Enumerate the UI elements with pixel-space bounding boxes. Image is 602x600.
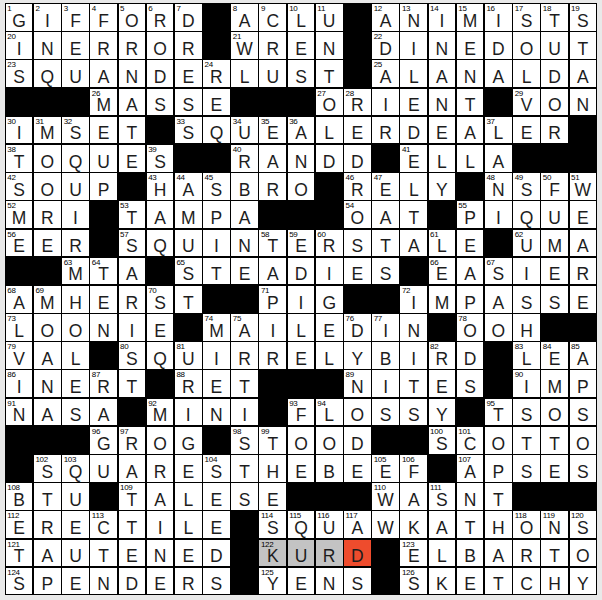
cell-r9c3[interactable]: R (62, 230, 89, 257)
cell-r14c9[interactable]: T (231, 370, 258, 397)
cell-r9c20[interactable]: M (541, 230, 568, 257)
cell-r10c8[interactable]: T (203, 258, 230, 285)
cell-r7c14[interactable]: 47E (372, 173, 399, 200)
cell-r11c15[interactable]: 72I (400, 286, 427, 313)
cell-r1c12[interactable]: 11U (316, 4, 343, 31)
cell-r6c5[interactable]: E (119, 145, 146, 172)
cell-r3c12[interactable]: T (316, 60, 343, 87)
cell-r2c6[interactable]: O (147, 32, 174, 59)
cell-r11c7[interactable]: T (175, 286, 202, 313)
cell-r10c10[interactable]: A (259, 258, 286, 285)
cell-r18c18[interactable]: T (485, 483, 512, 510)
cell-r15c7[interactable]: I (175, 399, 202, 426)
cell-r11c19[interactable]: S (513, 286, 540, 313)
cell-r16c4[interactable]: 96G (90, 427, 117, 454)
cell-r2c17[interactable]: E (457, 32, 484, 59)
cell-r20c12-highlighted[interactable]: R (316, 540, 343, 567)
cell-r17c17[interactable]: 107A (457, 455, 484, 482)
cell-r9c8[interactable]: I (203, 230, 230, 257)
cell-r14c19[interactable]: 90I (513, 370, 540, 397)
cell-r5c19[interactable]: E (513, 117, 540, 144)
cell-r13c11[interactable]: E (288, 342, 315, 369)
cell-r19c5[interactable]: T (119, 511, 146, 538)
cell-r13c13[interactable]: Y (344, 342, 371, 369)
cell-r13c10[interactable]: R (259, 342, 286, 369)
cell-r8c2[interactable]: R (34, 201, 61, 228)
cell-r3c20[interactable]: D (541, 60, 568, 87)
cell-r8c17[interactable]: 55P (457, 201, 484, 228)
cell-r17c12[interactable]: B (316, 455, 343, 482)
cell-r4c12[interactable]: 27O (316, 89, 343, 116)
cell-r11c12[interactable]: G (316, 286, 343, 313)
cell-r3c18[interactable]: A (485, 60, 512, 87)
cell-r14c1[interactable]: 86I (6, 370, 33, 397)
cell-r2c16[interactable]: N (429, 32, 456, 59)
cell-r5c1[interactable]: 30I (6, 117, 33, 144)
cell-r21c11[interactable]: E (288, 568, 315, 595)
cell-r16c5[interactable]: 97R (119, 427, 146, 454)
cell-r17c18[interactable]: P (485, 455, 512, 482)
cell-r3c3[interactable]: U (62, 60, 89, 87)
cell-r13c17[interactable]: D (457, 342, 484, 369)
cell-r17c3[interactable]: 103Q (62, 455, 89, 482)
cell-r10c19[interactable]: I (513, 258, 540, 285)
cell-r15c2[interactable]: A (34, 399, 61, 426)
cell-r21c2[interactable]: P (34, 568, 61, 595)
cell-r8c6[interactable]: A (147, 201, 174, 228)
cell-r5c7[interactable]: 33S (175, 117, 202, 144)
cell-r2c19[interactable]: O (513, 32, 540, 59)
cell-r4c5[interactable]: A (119, 89, 146, 116)
cell-r11c4[interactable]: E (90, 286, 117, 313)
cell-r4c15[interactable]: E (400, 89, 427, 116)
cell-r20c15[interactable]: 123E (400, 540, 427, 567)
cell-r15c1[interactable]: 91N (6, 399, 33, 426)
cell-r2c11[interactable]: E (288, 32, 315, 59)
cell-r20c20[interactable]: T (541, 540, 568, 567)
cell-r8c7[interactable]: M (175, 201, 202, 228)
cell-r8c1[interactable]: 52M (6, 201, 33, 228)
cell-r13c7[interactable]: 81U (175, 342, 202, 369)
cell-r10c9[interactable]: E (231, 258, 258, 285)
cell-r5c3[interactable]: 32S (62, 117, 89, 144)
cell-r3c4[interactable]: A (90, 60, 117, 87)
cell-r1c14[interactable]: 12A (372, 4, 399, 31)
cell-r19c4[interactable]: 113C (90, 511, 117, 538)
cell-r14c14[interactable]: I (372, 370, 399, 397)
cell-r12c14[interactable]: 77I (372, 314, 399, 341)
cell-r11c5[interactable]: R (119, 286, 146, 313)
cell-r12c17[interactable]: 78O (457, 314, 484, 341)
cell-r12c10[interactable]: I (259, 314, 286, 341)
cell-r12c6[interactable]: E (147, 314, 174, 341)
cell-r21c16[interactable]: K (429, 568, 456, 595)
cell-r18c2[interactable]: T (34, 483, 61, 510)
cell-r20c2[interactable]: A (34, 540, 61, 567)
cell-r17c4[interactable]: U (90, 455, 117, 482)
cell-r5c9[interactable]: 34U (231, 117, 258, 144)
cell-r6c13[interactable]: D (344, 145, 371, 172)
cell-r12c11[interactable]: L (288, 314, 315, 341)
cell-r2c20[interactable]: U (541, 32, 568, 59)
cell-r7c18[interactable]: 48N (485, 173, 512, 200)
cell-r21c6[interactable]: E (147, 568, 174, 595)
cell-r21c4[interactable]: N (90, 568, 117, 595)
cell-r9c13[interactable]: S (344, 230, 371, 257)
cell-r13c3[interactable]: L (62, 342, 89, 369)
cell-r9c21[interactable]: A (570, 230, 597, 257)
cell-r5c8[interactable]: Q (203, 117, 230, 144)
cell-r4c19[interactable]: 29V (513, 89, 540, 116)
cell-r18c7[interactable]: L (175, 483, 202, 510)
cell-r20c13-highlighted[interactable]: D (344, 540, 371, 567)
cell-r4c21[interactable]: N (570, 89, 597, 116)
cell-r11c18[interactable]: A (485, 286, 512, 313)
cell-r6c1[interactable]: 38T (6, 145, 33, 172)
cell-r4c7[interactable]: S (175, 89, 202, 116)
cell-r3c10[interactable]: U (259, 60, 286, 87)
cell-r10c13[interactable]: E (344, 258, 371, 285)
cell-r5c13[interactable]: E (344, 117, 371, 144)
cell-r9c10[interactable]: 58T (259, 230, 286, 257)
cell-r13c15[interactable]: I (400, 342, 427, 369)
cell-r13c8[interactable]: I (203, 342, 230, 369)
cell-r5c10[interactable]: 35E (259, 117, 286, 144)
cell-r20c17[interactable]: B (457, 540, 484, 567)
cell-r20c8[interactable]: D (203, 540, 230, 567)
cell-r6c4[interactable]: U (90, 145, 117, 172)
cell-r12c19[interactable]: H (513, 314, 540, 341)
cell-r7c9[interactable]: B (231, 173, 258, 200)
cell-r13c19[interactable]: 83L (513, 342, 540, 369)
cell-r10c16[interactable]: 66E (429, 258, 456, 285)
cell-r14c4[interactable]: 87R (90, 370, 117, 397)
cell-r12c8[interactable]: 74M (203, 314, 230, 341)
cell-r3c21[interactable]: A (570, 60, 597, 87)
cell-r3c2[interactable]: Q (34, 60, 61, 87)
cell-r18c10[interactable]: E (259, 483, 286, 510)
cell-r5c5[interactable]: T (119, 117, 146, 144)
cell-r13c12[interactable]: L (316, 342, 343, 369)
cell-r13c16[interactable]: 82R (429, 342, 456, 369)
cell-r21c20[interactable]: H (541, 568, 568, 595)
cell-r18c6[interactable]: A (147, 483, 174, 510)
cell-r6c15[interactable]: 41E (400, 145, 427, 172)
cell-r16c13[interactable]: D (344, 427, 371, 454)
cell-r4c6[interactable]: S (147, 89, 174, 116)
cell-r17c13[interactable]: E (344, 455, 371, 482)
cell-r17c8[interactable]: 104S (203, 455, 230, 482)
cell-r8c15[interactable]: T (400, 201, 427, 228)
cell-r4c13[interactable]: 28R (344, 89, 371, 116)
cell-r5c18[interactable]: 37L (485, 117, 512, 144)
cell-r1c3[interactable]: 3F (62, 4, 89, 31)
cell-r12c15[interactable]: N (400, 314, 427, 341)
cell-r15c13[interactable]: O (344, 399, 371, 426)
cell-r17c14[interactable]: 105E (372, 455, 399, 482)
cell-r2c4[interactable]: R (90, 32, 117, 59)
cell-r12c2[interactable]: O (34, 314, 61, 341)
cell-r6c17[interactable]: L (457, 145, 484, 172)
cell-r20c7[interactable]: E (175, 540, 202, 567)
cell-r20c1[interactable]: 121T (6, 540, 33, 567)
cell-r20c6[interactable]: N (147, 540, 174, 567)
cell-r14c13[interactable]: 89N (344, 370, 371, 397)
cell-r13c14[interactable]: B (372, 342, 399, 369)
cell-r19c13[interactable]: 117A (344, 511, 371, 538)
cell-r20c4[interactable]: T (90, 540, 117, 567)
cell-r17c9[interactable]: T (231, 455, 258, 482)
cell-r16c20[interactable]: T (541, 427, 568, 454)
cell-r19c8[interactable]: E (203, 511, 230, 538)
cell-r12c9[interactable]: 75A (231, 314, 258, 341)
cell-r11c16[interactable]: M (429, 286, 456, 313)
cell-r6c6[interactable]: 39S (147, 145, 174, 172)
cell-r1c4[interactable]: 4F (90, 4, 117, 31)
cell-r2c9[interactable]: 21W (231, 32, 258, 59)
cell-r5c14[interactable]: R (372, 117, 399, 144)
cell-r21c8[interactable]: S (203, 568, 230, 595)
cell-r2c5[interactable]: R (119, 32, 146, 59)
cell-r10c14[interactable]: S (372, 258, 399, 285)
cell-r14c2[interactable]: N (34, 370, 61, 397)
cell-r15c16[interactable]: Y (429, 399, 456, 426)
cell-r11c21[interactable]: E (570, 286, 597, 313)
cell-r2c2[interactable]: N (34, 32, 61, 59)
cell-r7c7[interactable]: 44A (175, 173, 202, 200)
cell-r10c11[interactable]: D (288, 258, 315, 285)
cell-r21c13[interactable]: S (344, 568, 371, 595)
cell-r3c16[interactable]: A (429, 60, 456, 87)
cell-r8c18[interactable]: I (485, 201, 512, 228)
cell-r20c11-highlighted[interactable]: U (288, 540, 315, 567)
cell-r7c3[interactable]: U (62, 173, 89, 200)
cell-r19c17[interactable]: T (457, 511, 484, 538)
cell-r20c21[interactable]: O (570, 540, 597, 567)
cell-r9c1[interactable]: 56E (6, 230, 33, 257)
cell-r3c6[interactable]: D (147, 60, 174, 87)
cell-r7c10[interactable]: R (259, 173, 286, 200)
cell-r18c14[interactable]: 110W (372, 483, 399, 510)
cell-r5c4[interactable]: E (90, 117, 117, 144)
cell-r8c13[interactable]: 54O (344, 201, 371, 228)
cell-r1c16[interactable]: 14I (429, 4, 456, 31)
cell-r10c3[interactable]: 63M (62, 258, 89, 285)
cell-r14c16[interactable]: E (429, 370, 456, 397)
cell-r10c7[interactable]: 65S (175, 258, 202, 285)
cell-r6c2[interactable]: O (34, 145, 61, 172)
cell-r1c18[interactable]: 16I (485, 4, 512, 31)
cell-r12c13[interactable]: 76D (344, 314, 371, 341)
cell-r2c1[interactable]: 20I (6, 32, 33, 59)
cell-r17c20[interactable]: E (541, 455, 568, 482)
cell-r17c7[interactable]: E (175, 455, 202, 482)
cell-r21c18[interactable]: T (485, 568, 512, 595)
cell-r8c19[interactable]: Q (513, 201, 540, 228)
cell-r16c6[interactable]: O (147, 427, 174, 454)
cell-r11c20[interactable]: S (541, 286, 568, 313)
cell-r6c16[interactable]: L (429, 145, 456, 172)
cell-r1c7[interactable]: 7D (175, 4, 202, 31)
cell-r16c17[interactable]: 101C (457, 427, 484, 454)
cell-r2c3[interactable]: E (62, 32, 89, 59)
cell-r19c7[interactable]: L (175, 511, 202, 538)
cell-r19c3[interactable]: E (62, 511, 89, 538)
cell-r10c21[interactable]: R (570, 258, 597, 285)
cell-r1c5[interactable]: 5O (119, 4, 146, 31)
cell-r17c21[interactable]: S (570, 455, 597, 482)
cell-r18c17[interactable]: N (457, 483, 484, 510)
cell-r13c20[interactable]: 84E (541, 342, 568, 369)
cell-r3c7[interactable]: E (175, 60, 202, 87)
cell-r1c19[interactable]: 17S (513, 4, 540, 31)
cell-r3c1[interactable]: 23S (6, 60, 33, 87)
cell-r16c9[interactable]: 98S (231, 427, 258, 454)
cell-r7c11[interactable]: O (288, 173, 315, 200)
cell-r13c5[interactable]: 80S (119, 342, 146, 369)
cell-r9c6[interactable]: Q (147, 230, 174, 257)
cell-r21c12[interactable]: N (316, 568, 343, 595)
cell-r20c18[interactable]: A (485, 540, 512, 567)
cell-r17c5[interactable]: A (119, 455, 146, 482)
cell-r2c10[interactable]: R (259, 32, 286, 59)
cell-r9c14[interactable]: T (372, 230, 399, 257)
cell-r15c8[interactable]: N (203, 399, 230, 426)
cell-r19c11[interactable]: 115Q (288, 511, 315, 538)
cell-r15c14[interactable]: S (372, 399, 399, 426)
cell-r1c17[interactable]: 15M (457, 4, 484, 31)
cell-r13c1[interactable]: 79V (6, 342, 33, 369)
cell-r12c18[interactable]: O (485, 314, 512, 341)
cell-r4c8[interactable]: E (203, 89, 230, 116)
cell-r4c4[interactable]: 26M (90, 89, 117, 116)
cell-r17c10[interactable]: H (259, 455, 286, 482)
cell-r19c10[interactable]: 114S (259, 511, 286, 538)
cell-r12c4[interactable]: N (90, 314, 117, 341)
cell-r5c15[interactable]: D (400, 117, 427, 144)
cell-r10c12[interactable]: I (316, 258, 343, 285)
cell-r11c10[interactable]: 71P (259, 286, 286, 313)
cell-r15c4[interactable]: A (90, 399, 117, 426)
cell-r1c1[interactable]: 1G (6, 4, 33, 31)
cell-r19c12[interactable]: 116U (316, 511, 343, 538)
cell-r2c14[interactable]: 22D (372, 32, 399, 59)
cell-r20c5[interactable]: E (119, 540, 146, 567)
cell-r19c21[interactable]: 120S (570, 511, 597, 538)
cell-r1c2[interactable]: 2I (34, 4, 61, 31)
cell-r15c20[interactable]: O (541, 399, 568, 426)
cell-r7c4[interactable]: P (90, 173, 117, 200)
cell-r18c8[interactable]: E (203, 483, 230, 510)
cell-r3c15[interactable]: L (400, 60, 427, 87)
cell-r7c2[interactable]: O (34, 173, 61, 200)
cell-r14c5[interactable]: T (119, 370, 146, 397)
cell-r15c9[interactable]: I (231, 399, 258, 426)
cell-r9c15[interactable]: A (400, 230, 427, 257)
cell-r6c18[interactable]: A (485, 145, 512, 172)
cell-r7c15[interactable]: L (400, 173, 427, 200)
cell-r18c5[interactable]: 109T (119, 483, 146, 510)
cell-r6c12[interactable]: D (316, 145, 343, 172)
cell-r14c7[interactable]: 88R (175, 370, 202, 397)
cell-r4c16[interactable]: N (429, 89, 456, 116)
cell-r9c11[interactable]: 59E (288, 230, 315, 257)
cell-r2c18[interactable]: D (485, 32, 512, 59)
cell-r14c15[interactable]: T (400, 370, 427, 397)
cell-r8c14[interactable]: A (372, 201, 399, 228)
cell-r3c17[interactable]: N (457, 60, 484, 87)
cell-r1c11[interactable]: 10L (288, 4, 315, 31)
cell-r19c16[interactable]: A (429, 511, 456, 538)
cell-r6c11[interactable]: N (288, 145, 315, 172)
cell-r21c3[interactable]: E (62, 568, 89, 595)
cell-r14c8[interactable]: E (203, 370, 230, 397)
cell-r11c2[interactable]: 69M (34, 286, 61, 313)
cell-r19c19[interactable]: 118O (513, 511, 540, 538)
cell-r17c15[interactable]: 106F (400, 455, 427, 482)
cell-r8c5[interactable]: 53T (119, 201, 146, 228)
cell-r1c15[interactable]: 13N (400, 4, 427, 31)
cell-r11c1[interactable]: 68A (6, 286, 33, 313)
cell-r19c18[interactable]: H (485, 511, 512, 538)
cell-r21c17[interactable]: E (457, 568, 484, 595)
cell-r1c6[interactable]: 6R (147, 4, 174, 31)
cell-r4c20[interactable]: O (541, 89, 568, 116)
cell-r11c3[interactable]: H (62, 286, 89, 313)
cell-r20c10-highlighted[interactable]: 122K (259, 540, 286, 567)
cell-r15c18[interactable]: 95T (485, 399, 512, 426)
cell-r9c7[interactable]: U (175, 230, 202, 257)
cell-r5c17[interactable]: A (457, 117, 484, 144)
cell-r1c20[interactable]: 18T (541, 4, 568, 31)
cell-r15c15[interactable]: S (400, 399, 427, 426)
cell-r18c9[interactable]: S (231, 483, 258, 510)
cell-r17c6[interactable]: R (147, 455, 174, 482)
cell-r9c19[interactable]: 62U (513, 230, 540, 257)
cell-r2c12[interactable]: N (316, 32, 343, 59)
cell-r20c19[interactable]: R (513, 540, 540, 567)
cell-r11c6[interactable]: 70S (147, 286, 174, 313)
cell-r19c2[interactable]: R (34, 511, 61, 538)
cell-r19c1[interactable]: 112E (6, 511, 33, 538)
cell-r1c9[interactable]: 8A (231, 4, 258, 31)
cell-r3c5[interactable]: N (119, 60, 146, 87)
cell-r9c17[interactable]: E (457, 230, 484, 257)
cell-r8c20[interactable]: U (541, 201, 568, 228)
cell-r12c5[interactable]: I (119, 314, 146, 341)
cell-r15c11[interactable]: 93F (288, 399, 315, 426)
cell-r7c8[interactable]: 45S (203, 173, 230, 200)
cell-r9c2[interactable]: E (34, 230, 61, 257)
cell-r2c21[interactable]: T (570, 32, 597, 59)
cell-r18c1[interactable]: 108B (6, 483, 33, 510)
cell-r11c17[interactable]: P (457, 286, 484, 313)
cell-r11c11[interactable]: I (288, 286, 315, 313)
cell-r7c1[interactable]: 42S (6, 173, 33, 200)
cell-r21c7[interactable]: R (175, 568, 202, 595)
cell-r21c15[interactable]: 126S (400, 568, 427, 595)
cell-r5c16[interactable]: E (429, 117, 456, 144)
cell-r13c6[interactable]: Q (147, 342, 174, 369)
cell-r2c15[interactable]: I (400, 32, 427, 59)
cell-r3c9[interactable]: L (231, 60, 258, 87)
cell-r6c10[interactable]: A (259, 145, 286, 172)
cell-r15c21[interactable]: S (570, 399, 597, 426)
cell-r1c21[interactable]: 19S (570, 4, 597, 31)
cell-r8c9[interactable]: A (231, 201, 258, 228)
cell-r13c2[interactable]: A (34, 342, 61, 369)
cell-r16c11[interactable]: O (288, 427, 315, 454)
